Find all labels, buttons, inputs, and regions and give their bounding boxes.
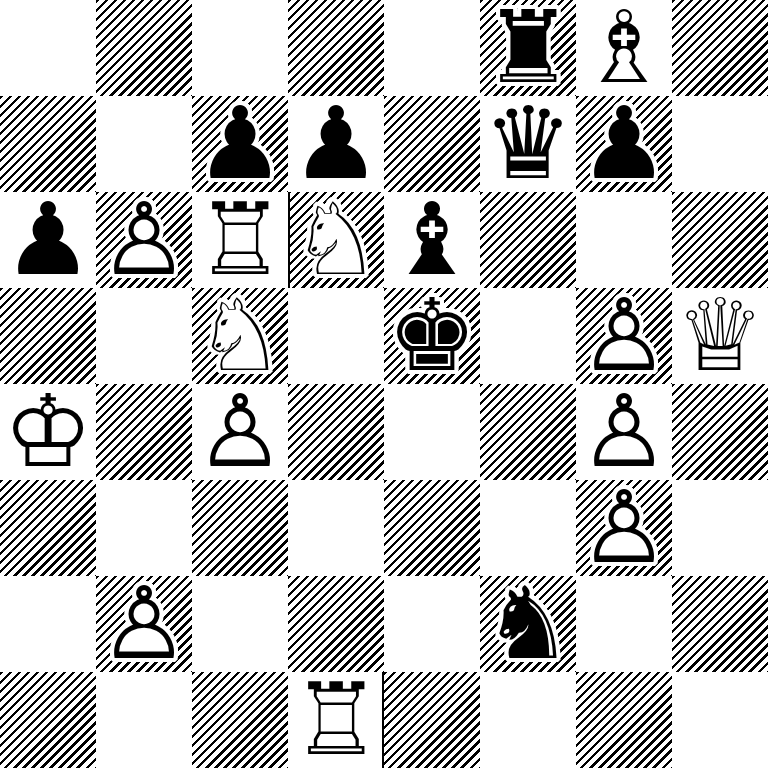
square-b2[interactable]: ♟♙	[96, 576, 192, 672]
square-e2[interactable]	[384, 576, 480, 672]
white-rook-halo: ♜	[192, 192, 288, 288]
square-g3[interactable]: ♟♙	[576, 480, 672, 576]
square-b1[interactable]	[96, 672, 192, 768]
white-pawn-icon: ♙	[576, 288, 672, 384]
square-c4[interactable]: ♟♙	[192, 384, 288, 480]
square-g7[interactable]: ♟♟	[576, 96, 672, 192]
white-pawn-icon: ♙	[96, 576, 192, 672]
white-king-icon: ♔	[0, 384, 96, 480]
square-a3[interactable]	[0, 480, 96, 576]
square-b6[interactable]: ♟♙	[96, 192, 192, 288]
white-pawn-halo: ♟	[192, 384, 288, 480]
black-pawn-halo: ♟	[576, 96, 672, 192]
black-knight-icon: ♞	[480, 576, 576, 672]
square-a8[interactable]	[0, 0, 96, 96]
square-b7[interactable]	[96, 96, 192, 192]
square-b8[interactable]	[96, 0, 192, 96]
square-c7[interactable]: ♟♟	[192, 96, 288, 192]
square-a2[interactable]	[0, 576, 96, 672]
square-c1[interactable]	[192, 672, 288, 768]
square-a5[interactable]	[0, 288, 96, 384]
square-d3[interactable]	[288, 480, 384, 576]
white-knight-halo: ♞	[192, 288, 288, 384]
square-d2[interactable]	[288, 576, 384, 672]
white-pawn-icon: ♙	[576, 480, 672, 576]
square-e3[interactable]	[384, 480, 480, 576]
square-b5[interactable]	[96, 288, 192, 384]
square-h5[interactable]: ♛♕	[672, 288, 768, 384]
square-f2[interactable]: ♞♞	[480, 576, 576, 672]
white-pawn-halo: ♟	[96, 192, 192, 288]
square-e1[interactable]	[384, 672, 480, 768]
square-d6[interactable]: ♞♘	[288, 192, 384, 288]
square-d1[interactable]: ♜♖	[288, 672, 384, 768]
square-d5[interactable]	[288, 288, 384, 384]
white-bishop-halo: ♝	[576, 0, 672, 96]
square-a6[interactable]: ♟♟	[0, 192, 96, 288]
black-pawn-halo: ♟	[0, 192, 96, 288]
white-pawn-halo: ♟	[576, 384, 672, 480]
black-pawn-icon: ♟	[0, 192, 96, 288]
square-e4[interactable]	[384, 384, 480, 480]
square-f7[interactable]: ♛♛	[480, 96, 576, 192]
square-f1[interactable]	[480, 672, 576, 768]
black-pawn-halo: ♟	[288, 96, 384, 192]
square-h1[interactable]	[672, 672, 768, 768]
square-f3[interactable]	[480, 480, 576, 576]
white-queen-icon: ♕	[672, 288, 768, 384]
white-pawn-icon: ♙	[576, 384, 672, 480]
white-pawn-halo: ♟	[96, 576, 192, 672]
square-c5[interactable]: ♞♘	[192, 288, 288, 384]
white-pawn-icon: ♙	[192, 384, 288, 480]
square-f8[interactable]: ♜♜	[480, 0, 576, 96]
white-rook-icon: ♖	[288, 672, 384, 768]
black-queen-icon: ♛	[480, 96, 576, 192]
square-g4[interactable]: ♟♙	[576, 384, 672, 480]
white-pawn-halo: ♟	[576, 288, 672, 384]
square-c2[interactable]	[192, 576, 288, 672]
black-bishop-icon: ♝	[384, 192, 480, 288]
white-pawn-icon: ♙	[96, 192, 192, 288]
square-h2[interactable]	[672, 576, 768, 672]
black-rook-icon: ♜	[480, 0, 576, 96]
square-f6[interactable]	[480, 192, 576, 288]
white-pawn-halo: ♟	[576, 480, 672, 576]
square-b4[interactable]	[96, 384, 192, 480]
square-h4[interactable]	[672, 384, 768, 480]
white-knight-halo: ♞	[288, 192, 384, 288]
white-rook-halo: ♜	[288, 672, 384, 768]
black-king-halo: ♚	[384, 288, 480, 384]
square-d4[interactable]	[288, 384, 384, 480]
square-h7[interactable]	[672, 96, 768, 192]
square-e6[interactable]: ♝♝	[384, 192, 480, 288]
black-pawn-halo: ♟	[192, 96, 288, 192]
white-rook-icon: ♖	[192, 192, 288, 288]
chess-board: ♜♜♝♗♟♟♟♟♛♛♟♟♟♟♟♙♜♖♞♘♝♝♞♘♚♚♟♙♛♕♚♔♟♙♟♙♟♙♟♙…	[0, 0, 768, 768]
square-e8[interactable]	[384, 0, 480, 96]
square-g2[interactable]	[576, 576, 672, 672]
square-g6[interactable]	[576, 192, 672, 288]
square-d7[interactable]: ♟♟	[288, 96, 384, 192]
white-knight-icon: ♘	[288, 192, 384, 288]
black-king-icon: ♚	[384, 288, 480, 384]
black-bishop-halo: ♝	[384, 192, 480, 288]
square-e7[interactable]	[384, 96, 480, 192]
black-knight-halo: ♞	[480, 576, 576, 672]
square-f4[interactable]	[480, 384, 576, 480]
square-h8[interactable]	[672, 0, 768, 96]
square-h3[interactable]	[672, 480, 768, 576]
square-a1[interactable]	[0, 672, 96, 768]
square-g8[interactable]: ♝♗	[576, 0, 672, 96]
square-e5[interactable]: ♚♚	[384, 288, 480, 384]
square-c8[interactable]	[192, 0, 288, 96]
square-a4[interactable]: ♚♔	[0, 384, 96, 480]
black-pawn-icon: ♟	[576, 96, 672, 192]
black-queen-halo: ♛	[480, 96, 576, 192]
square-b3[interactable]	[96, 480, 192, 576]
square-c3[interactable]	[192, 480, 288, 576]
square-d8[interactable]	[288, 0, 384, 96]
black-pawn-icon: ♟	[192, 96, 288, 192]
square-a7[interactable]	[0, 96, 96, 192]
square-h6[interactable]	[672, 192, 768, 288]
square-f5[interactable]	[480, 288, 576, 384]
black-pawn-icon: ♟	[288, 96, 384, 192]
white-king-halo: ♚	[0, 384, 96, 480]
white-bishop-icon: ♗	[576, 0, 672, 96]
white-knight-icon: ♘	[192, 288, 288, 384]
square-g5[interactable]: ♟♙	[576, 288, 672, 384]
black-rook-halo: ♜	[480, 0, 576, 96]
square-g1[interactable]	[576, 672, 672, 768]
square-c6[interactable]: ♜♖	[192, 192, 288, 288]
white-queen-halo: ♛	[672, 288, 768, 384]
